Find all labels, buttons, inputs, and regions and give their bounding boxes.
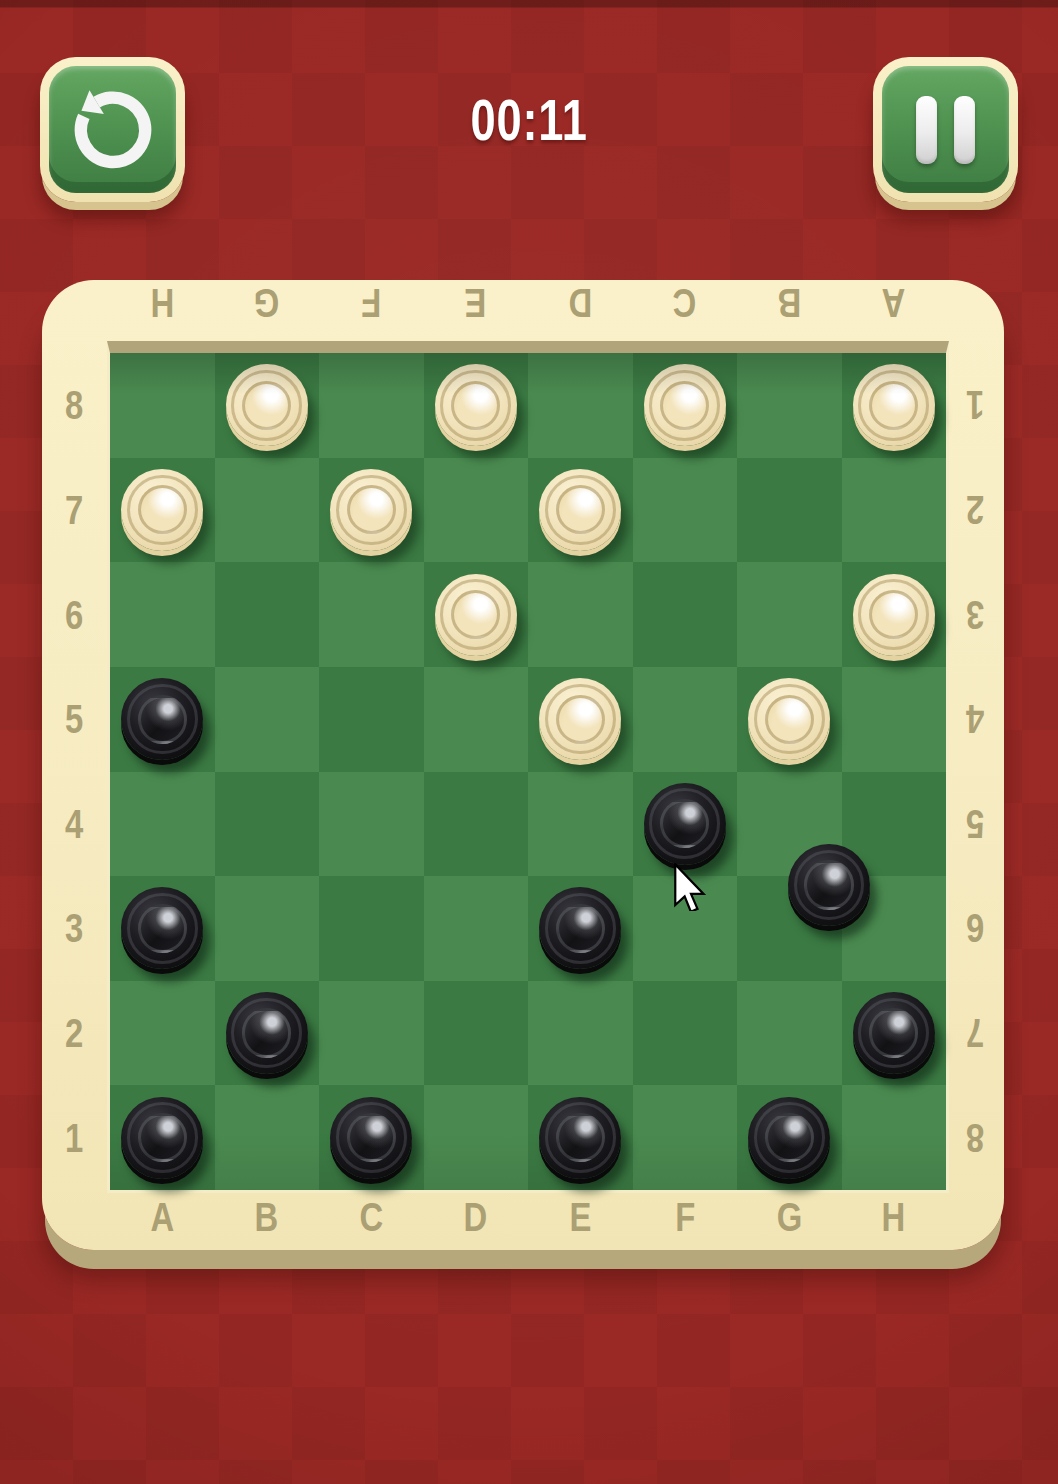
- rank-label-right-7: 7: [947, 981, 1004, 1086]
- square-e6[interactable]: [528, 562, 633, 667]
- square-b6[interactable]: [215, 562, 320, 667]
- black-man-f4[interactable]: [644, 783, 726, 865]
- rank-label-right-4: 4: [947, 667, 1004, 772]
- square-g2[interactable]: [737, 981, 842, 1086]
- rank-labels-right: 12345678: [947, 353, 1004, 1190]
- pause-icon: [916, 96, 975, 164]
- square-e2[interactable]: [528, 981, 633, 1086]
- square-d3[interactable]: [424, 876, 529, 981]
- white-man-e5[interactable]: [539, 678, 621, 760]
- black-man-a5[interactable]: [121, 678, 203, 760]
- square-f5[interactable]: [633, 667, 738, 772]
- black-man-g1[interactable]: [748, 1097, 830, 1179]
- board-well: [107, 341, 949, 1193]
- rank-label-right-1: 1: [947, 353, 1004, 458]
- square-a4[interactable]: [110, 772, 215, 877]
- square-c8[interactable]: [319, 353, 424, 458]
- square-b1[interactable]: [215, 1085, 320, 1190]
- file-label-top-h: H: [110, 282, 215, 324]
- file-label-bottom-a: A: [110, 1194, 215, 1240]
- white-man-h8[interactable]: [853, 364, 935, 446]
- rank-label-right-2: 2: [947, 458, 1004, 563]
- square-d4[interactable]: [424, 772, 529, 877]
- file-label-bottom-f: F: [633, 1194, 738, 1240]
- square-a8[interactable]: [110, 353, 215, 458]
- file-label-top-b: B: [737, 282, 842, 324]
- square-g6[interactable]: [737, 562, 842, 667]
- square-b3[interactable]: [215, 876, 320, 981]
- square-c2[interactable]: [319, 981, 424, 1086]
- file-label-top-g: G: [215, 282, 320, 324]
- rank-label-left-1: 1: [42, 1085, 107, 1190]
- board-frame: HGFEDCBA 87654321 12345678 ABCDEFGH: [42, 280, 1004, 1250]
- rank-label-right-6: 6: [947, 876, 1004, 981]
- file-label-bottom-e: E: [528, 1194, 633, 1240]
- white-man-d6[interactable]: [435, 574, 517, 656]
- square-c5[interactable]: [319, 667, 424, 772]
- square-f6[interactable]: [633, 562, 738, 667]
- black-man-c1[interactable]: [330, 1097, 412, 1179]
- square-b7[interactable]: [215, 458, 320, 563]
- file-label-bottom-c: C: [319, 1194, 424, 1240]
- square-d7[interactable]: [424, 458, 529, 563]
- white-man-a7[interactable]: [121, 469, 203, 551]
- white-man-g5[interactable]: [748, 678, 830, 760]
- file-label-top-e: E: [424, 282, 529, 324]
- file-label-top-f: F: [319, 282, 424, 324]
- rank-label-left-7: 7: [42, 458, 107, 563]
- rank-label-right-8: 8: [947, 1085, 1004, 1190]
- rank-label-left-4: 4: [42, 772, 107, 877]
- square-h1[interactable]: [842, 1085, 947, 1190]
- white-man-f8[interactable]: [644, 364, 726, 446]
- file-label-bottom-b: B: [215, 1194, 320, 1240]
- square-c3[interactable]: [319, 876, 424, 981]
- square-h7[interactable]: [842, 458, 947, 563]
- rank-label-left-5: 5: [42, 667, 107, 772]
- rank-label-left-8: 8: [42, 353, 107, 458]
- white-man-b8[interactable]: [226, 364, 308, 446]
- square-d2[interactable]: [424, 981, 529, 1086]
- rank-label-left-6: 6: [42, 562, 107, 667]
- file-label-top-d: D: [528, 282, 633, 324]
- square-a6[interactable]: [110, 562, 215, 667]
- file-labels-top: HGFEDCBA: [110, 282, 946, 324]
- square-f2[interactable]: [633, 981, 738, 1086]
- square-c4[interactable]: [319, 772, 424, 877]
- game-stage: 00:11 HGFEDCBA 87654321 12345678 ABCDEFG…: [0, 0, 1058, 1484]
- square-a2[interactable]: [110, 981, 215, 1086]
- file-label-bottom-g: G: [737, 1194, 842, 1240]
- square-h5[interactable]: [842, 667, 947, 772]
- square-f7[interactable]: [633, 458, 738, 563]
- black-man-moving[interactable]: [788, 844, 870, 926]
- rank-label-right-3: 3: [947, 562, 1004, 667]
- file-label-top-c: C: [633, 282, 738, 324]
- board-grid: [110, 353, 946, 1190]
- black-man-h2[interactable]: [853, 992, 935, 1074]
- square-b4[interactable]: [215, 772, 320, 877]
- square-e4[interactable]: [528, 772, 633, 877]
- file-label-bottom-d: D: [424, 1194, 529, 1240]
- square-g8[interactable]: [737, 353, 842, 458]
- rank-label-left-3: 3: [42, 876, 107, 981]
- rank-label-left-2: 2: [42, 981, 107, 1086]
- square-d1[interactable]: [424, 1085, 529, 1190]
- white-man-d8[interactable]: [435, 364, 517, 446]
- square-e8[interactable]: [528, 353, 633, 458]
- rank-label-right-5: 5: [947, 772, 1004, 877]
- file-label-bottom-h: H: [842, 1194, 947, 1240]
- file-labels-bottom: ABCDEFGH: [110, 1194, 946, 1240]
- square-f1[interactable]: [633, 1085, 738, 1190]
- white-man-c7[interactable]: [330, 469, 412, 551]
- rank-labels-left: 87654321: [42, 353, 107, 1190]
- white-man-e7[interactable]: [539, 469, 621, 551]
- black-man-a1[interactable]: [121, 1097, 203, 1179]
- square-d5[interactable]: [424, 667, 529, 772]
- pause-button[interactable]: [873, 57, 1018, 202]
- file-label-top-a: A: [842, 282, 947, 324]
- square-g7[interactable]: [737, 458, 842, 563]
- square-b5[interactable]: [215, 667, 320, 772]
- black-man-b2[interactable]: [226, 992, 308, 1074]
- white-man-h6[interactable]: [853, 574, 935, 656]
- square-f3[interactable]: [633, 876, 738, 981]
- pause-button-face: [882, 66, 1009, 193]
- black-man-e1[interactable]: [539, 1097, 621, 1179]
- square-c6[interactable]: [319, 562, 424, 667]
